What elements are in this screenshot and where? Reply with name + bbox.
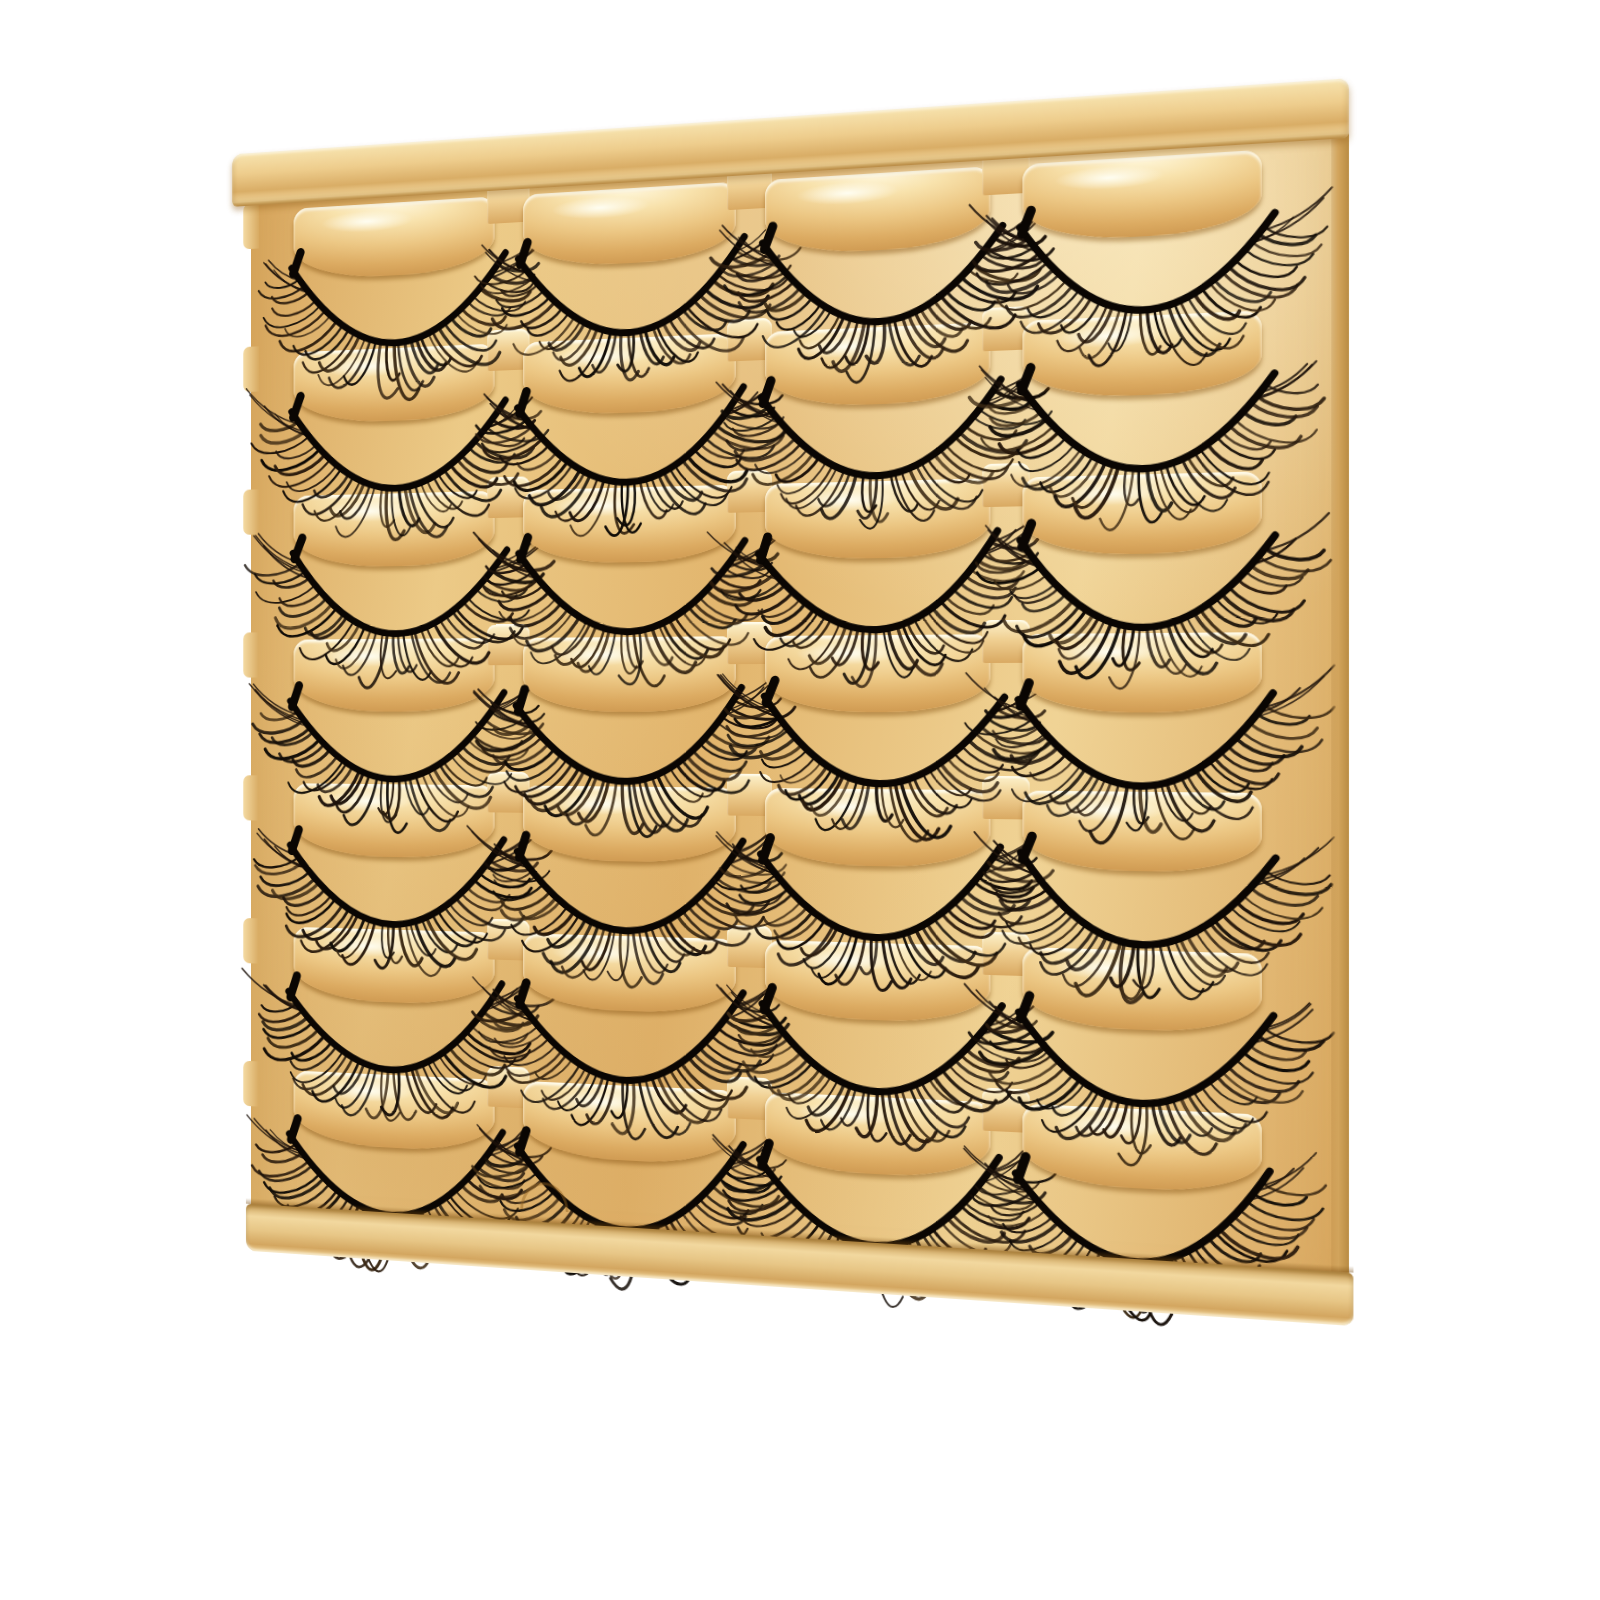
lash-band bbox=[290, 253, 505, 346]
lash-grid bbox=[280, 145, 1278, 1273]
tray-left-step bbox=[243, 632, 259, 677]
lash-slot bbox=[750, 161, 1006, 328]
tray-3d-wrapper bbox=[251, 78, 1349, 1326]
tray-left-step bbox=[243, 918, 259, 964]
tray-left-step bbox=[243, 203, 259, 249]
lash-band bbox=[761, 226, 1002, 325]
product-photo bbox=[0, 0, 1600, 1600]
tray-right-wall bbox=[1331, 82, 1349, 1321]
tray-left-step bbox=[243, 1061, 259, 1107]
eyelash-strip bbox=[744, 198, 1014, 429]
eyelash-strip bbox=[998, 184, 1287, 418]
eyelash-strip bbox=[503, 209, 756, 439]
lash-band bbox=[518, 237, 745, 339]
tray-left-step bbox=[243, 346, 259, 392]
lash-slot bbox=[509, 177, 751, 339]
lash-tray bbox=[251, 78, 1349, 1326]
eyelash-strip bbox=[274, 226, 515, 443]
tray-left-step bbox=[243, 489, 259, 534]
lash-slot bbox=[280, 192, 508, 349]
tray-left-step bbox=[243, 775, 259, 820]
lash-slot bbox=[1006, 145, 1278, 318]
